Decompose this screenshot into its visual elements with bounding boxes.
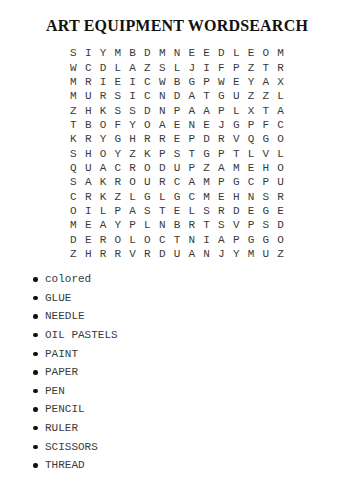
grid-cell: N <box>244 189 259 203</box>
grid-cell: Z <box>66 103 81 117</box>
grid-cell: N <box>155 89 170 103</box>
grid-cell: T <box>258 60 273 74</box>
grid-cell: L <box>273 89 288 103</box>
grid-cell: E <box>81 232 96 246</box>
grid-cell: Z <box>273 247 288 261</box>
grid-cell: J <box>184 60 199 74</box>
grid-cell: O <box>96 146 111 160</box>
word-list-item: GLUE <box>33 289 354 308</box>
grid-cell: C <box>244 175 259 189</box>
grid-cell: F <box>110 118 125 132</box>
grid-cell: G <box>244 232 259 246</box>
grid-cell: D <box>273 218 288 232</box>
grid-cell: D <box>155 247 170 261</box>
grid-cell: S <box>140 204 155 218</box>
grid-cell: A <box>125 60 140 74</box>
grid-cell: S <box>258 189 273 203</box>
grid-cell: W <box>155 75 170 89</box>
grid-cell: B <box>170 218 185 232</box>
grid-cell: G <box>214 89 229 103</box>
grid-cell: A <box>184 103 199 117</box>
grid-cell: L <box>110 60 125 74</box>
grid-cell: D <box>214 46 229 60</box>
grid-cell: I <box>199 232 214 246</box>
grid-cell: R <box>155 132 170 146</box>
grid-cell: D <box>199 132 214 146</box>
grid-cell: F <box>214 60 229 74</box>
grid-cell: Q <box>66 161 81 175</box>
grid-cell: Z <box>244 60 259 74</box>
grid-cell: L <box>96 204 111 218</box>
grid-cell: Y <box>229 247 244 261</box>
word-list-item: PAINT <box>33 345 354 364</box>
grid-cell: B <box>170 75 185 89</box>
grid-cell: P <box>155 146 170 160</box>
grid-cell: A <box>184 89 199 103</box>
grid-cell: N <box>170 46 185 60</box>
grid-cell: S <box>110 103 125 117</box>
grid-cell: O <box>96 118 111 132</box>
grid-cell: S <box>155 60 170 74</box>
grid-cell: E <box>214 189 229 203</box>
grid-cell: S <box>110 89 125 103</box>
grid-cell: O <box>273 232 288 246</box>
grid-cell: H <box>81 146 96 160</box>
grid-cell: Y <box>96 46 111 60</box>
grid-cell: O <box>140 161 155 175</box>
grid-cell: A <box>258 75 273 89</box>
grid-cell: T <box>229 146 244 160</box>
grid-cell: H <box>258 161 273 175</box>
grid-cell: C <box>273 118 288 132</box>
grid-cell: V <box>229 132 244 146</box>
grid-cell: L <box>244 146 259 160</box>
grid-cell: M <box>155 46 170 60</box>
grid-cell: O <box>140 232 155 246</box>
word-list-item: NEEDLE <box>33 307 354 326</box>
word-list-item: RULER <box>33 419 354 438</box>
grid-cell: E <box>110 75 125 89</box>
grid-cell: R <box>214 132 229 146</box>
grid-cell: R <box>140 247 155 261</box>
grid-cell: M <box>66 89 81 103</box>
puzzle-title: ART EQUIPMENT WORDSEARCH <box>0 0 354 35</box>
grid-cell: Z <box>258 89 273 103</box>
grid-cell: P <box>258 175 273 189</box>
grid-cell: Z <box>244 89 259 103</box>
grid-cell: D <box>140 46 155 60</box>
grid-cell: E <box>244 204 259 218</box>
word-list: coloredGLUENEEDLEOIL PASTELSPAINTPAPERPE… <box>0 270 354 475</box>
grid-cell: Y <box>110 146 125 160</box>
word-list-item: THREAD <box>33 456 354 475</box>
grid-cell: T <box>258 103 273 117</box>
grid-cell: L <box>170 60 185 74</box>
grid-cell: C <box>184 189 199 203</box>
grid-cell: I <box>125 75 140 89</box>
grid-cell: O <box>258 46 273 60</box>
grid-cell: P <box>170 103 185 117</box>
grid-cell: T <box>184 146 199 160</box>
grid-cell: M <box>66 218 81 232</box>
grid-cell: J <box>214 247 229 261</box>
grid-cell: Z <box>110 189 125 203</box>
grid-cell: C <box>140 75 155 89</box>
grid-cell: H <box>229 189 244 203</box>
grid-cell: S <box>214 218 229 232</box>
grid-cell: C <box>170 175 185 189</box>
wordsearch-grid: SIYMBDMNEEDLEOMWCDLAZSLJIFPZTRMRIEICWBGP… <box>0 46 354 261</box>
grid-cell: A <box>184 175 199 189</box>
grid-cell: X <box>273 75 288 89</box>
grid-cell: U <box>273 175 288 189</box>
grid-cell: H <box>81 247 96 261</box>
grid-cell: P <box>214 103 229 117</box>
grid-cell: A <box>96 218 111 232</box>
grid-cell: Z <box>66 247 81 261</box>
grid-cell: E <box>81 218 96 232</box>
grid-cell: A <box>184 247 199 261</box>
grid-cell: I <box>199 60 214 74</box>
grid-cell: Y <box>244 75 259 89</box>
grid-cell: G <box>170 189 185 203</box>
grid-cell: E <box>244 161 259 175</box>
grid-cell: O <box>125 175 140 189</box>
grid-cell: E <box>184 46 199 60</box>
grid-cell: L <box>140 218 155 232</box>
grid-cell: M <box>244 247 259 261</box>
grid-cell: L <box>125 189 140 203</box>
grid-cell: C <box>155 232 170 246</box>
grid-cell: C <box>140 89 155 103</box>
grid-cell: E <box>199 118 214 132</box>
grid-cell: R <box>110 247 125 261</box>
grid-cell: L <box>155 189 170 203</box>
grid-cell: E <box>273 204 288 218</box>
grid-cell: K <box>96 175 111 189</box>
grid-cell: G <box>229 175 244 189</box>
grid-cell: O <box>66 204 81 218</box>
grid-cell: I <box>125 89 140 103</box>
grid-cell: W <box>214 75 229 89</box>
grid-cell: R <box>214 204 229 218</box>
grid-cell: G <box>229 118 244 132</box>
grid-cell: X <box>244 103 259 117</box>
grid-cell: I <box>81 204 96 218</box>
grid-cell: L <box>229 103 244 117</box>
grid-cell: P <box>184 132 199 146</box>
grid-cell: U <box>81 161 96 175</box>
word-list-item: colored <box>33 270 354 289</box>
grid-cell: G <box>199 146 214 160</box>
grid-cell: Q <box>244 132 259 146</box>
word-list-item: PEN <box>33 382 354 401</box>
grid-cell: P <box>125 218 140 232</box>
grid-cell: C <box>81 60 96 74</box>
grid-cell: R <box>81 75 96 89</box>
grid-cell: J <box>214 118 229 132</box>
grid-cell: E <box>244 46 259 60</box>
word-list-item: PAPER <box>33 363 354 382</box>
grid-cell: V <box>125 247 140 261</box>
grid-cell: R <box>125 161 140 175</box>
grid-cell: I <box>81 46 96 60</box>
grid-cell: E <box>170 204 185 218</box>
grid-cell: T <box>66 118 81 132</box>
grid-cell: M <box>66 75 81 89</box>
grid-cell: P <box>214 146 229 160</box>
grid-cell: O <box>273 132 288 146</box>
grid-cell: R <box>81 189 96 203</box>
grid-cell: R <box>96 89 111 103</box>
grid-cell: L <box>229 46 244 60</box>
grid-cell: Y <box>96 132 111 146</box>
grid-cell: S <box>170 146 185 160</box>
grid-cell: M <box>110 46 125 60</box>
grid-cell: R <box>110 175 125 189</box>
grid-cell: D <box>140 103 155 117</box>
grid-cell: S <box>258 218 273 232</box>
grid-cell: L <box>125 232 140 246</box>
grid-cell: U <box>170 247 185 261</box>
grid-cell: D <box>155 161 170 175</box>
grid-cell: Z <box>125 146 140 160</box>
grid-cell: A <box>155 118 170 132</box>
grid-cell: R <box>96 232 111 246</box>
grid-cell: D <box>170 89 185 103</box>
grid-cell: L <box>273 146 288 160</box>
grid-cell: A <box>96 161 111 175</box>
grid-cell: A <box>273 103 288 117</box>
grid-cell: L <box>184 204 199 218</box>
grid-cell: Y <box>125 118 140 132</box>
grid-cell: N <box>199 247 214 261</box>
grid-cell: E <box>199 46 214 60</box>
grid-cell: K <box>96 103 111 117</box>
grid-cell: P <box>184 161 199 175</box>
grid-cell: W <box>66 60 81 74</box>
grid-cell: M <box>199 189 214 203</box>
grid-cell: T <box>199 89 214 103</box>
grid-cell: U <box>81 89 96 103</box>
word-list-item: PENCIL <box>33 400 354 419</box>
grid-cell: V <box>229 218 244 232</box>
grid-cell: U <box>229 89 244 103</box>
grid-cell: Y <box>110 218 125 232</box>
grid-cell: E <box>170 118 185 132</box>
grid-cell: N <box>184 232 199 246</box>
grid-cell: P <box>244 118 259 132</box>
grid-cell: A <box>125 204 140 218</box>
grid-cell: D <box>229 204 244 218</box>
grid-cell: S <box>199 204 214 218</box>
grid-cell: A <box>81 175 96 189</box>
grid-cell: T <box>155 204 170 218</box>
grid-cell: E <box>229 75 244 89</box>
grid-cell: P <box>229 60 244 74</box>
grid-cell: U <box>170 161 185 175</box>
grid-cell: K <box>66 132 81 146</box>
grid-cell: C <box>110 161 125 175</box>
grid-cell: P <box>110 204 125 218</box>
grid-cell: S <box>66 46 81 60</box>
grid-cell: D <box>66 232 81 246</box>
grid-cell: T <box>199 218 214 232</box>
grid-cell: I <box>96 75 111 89</box>
grid-cell: E <box>170 132 185 146</box>
grid-cell: H <box>81 103 96 117</box>
grid-cell: U <box>140 175 155 189</box>
grid-cell: C <box>66 189 81 203</box>
grid-cell: K <box>140 146 155 160</box>
grid-cell: Z <box>199 161 214 175</box>
grid-cell: A <box>199 103 214 117</box>
grid-cell: P <box>214 175 229 189</box>
grid-cell: H <box>125 132 140 146</box>
grid-cell: A <box>214 161 229 175</box>
grid-cell: G <box>184 75 199 89</box>
grid-cell: F <box>258 118 273 132</box>
grid-cell: K <box>96 189 111 203</box>
grid-cell: S <box>66 175 81 189</box>
grid-cell: N <box>184 118 199 132</box>
grid-cell: U <box>258 247 273 261</box>
grid-cell: R <box>96 247 111 261</box>
grid-cell: A <box>214 232 229 246</box>
grid-cell: S <box>125 103 140 117</box>
grid-cell: O <box>273 161 288 175</box>
grid-cell: G <box>110 132 125 146</box>
grid-cell: O <box>140 118 155 132</box>
grid-cell: D <box>96 60 111 74</box>
word-list-item: SCISSORS <box>33 438 354 457</box>
grid-cell: V <box>258 146 273 160</box>
word-list-item: OIL PASTELS <box>33 326 354 345</box>
grid-cell: T <box>170 232 185 246</box>
grid-cell: G <box>140 189 155 203</box>
grid-cell: R <box>155 175 170 189</box>
grid-cell: G <box>258 232 273 246</box>
grid-cell: B <box>81 118 96 132</box>
grid-cell: N <box>155 103 170 117</box>
worksheet-page: ART EQUIPMENT WORDSEARCH SIYMBDMNEEDLEOM… <box>0 0 354 500</box>
grid-cell: R <box>140 132 155 146</box>
grid-cell: M <box>273 46 288 60</box>
grid-cell: S <box>66 146 81 160</box>
grid-cell: O <box>110 232 125 246</box>
grid-cell: R <box>81 132 96 146</box>
grid-cell: M <box>229 161 244 175</box>
grid-cell: P <box>229 232 244 246</box>
grid-cell: G <box>258 204 273 218</box>
grid-cell: M <box>199 175 214 189</box>
grid-cell: G <box>258 132 273 146</box>
grid-cell: R <box>184 218 199 232</box>
grid-cell: R <box>273 189 288 203</box>
grid-cell: P <box>199 75 214 89</box>
grid-cell: Z <box>140 60 155 74</box>
grid-cell: N <box>155 218 170 232</box>
grid-cell: P <box>244 218 259 232</box>
grid-cell: B <box>125 46 140 60</box>
grid-cell: R <box>273 60 288 74</box>
